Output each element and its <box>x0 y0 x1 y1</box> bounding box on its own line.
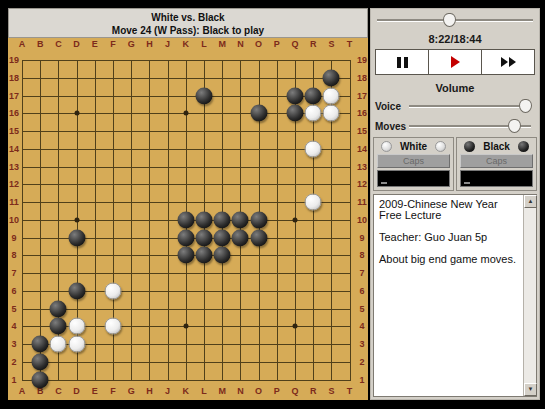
row-label-3: 3 <box>11 340 16 349</box>
col-label-N: N <box>237 387 244 396</box>
go-board[interactable]: AABBCCDDEEFFGGHHJJKKLLMMNNOOPPQQRRSSTT11… <box>8 38 368 400</box>
grid-line <box>149 60 150 381</box>
col-label-P: P <box>274 387 280 396</box>
col-label-P: P <box>274 40 280 49</box>
col-label-S: S <box>328 40 334 49</box>
row-label-18: 18 <box>357 73 367 82</box>
row-label-16: 16 <box>357 109 367 118</box>
white-caps-field <box>377 170 450 187</box>
star-point-K16 <box>183 111 188 116</box>
row-label-17: 17 <box>9 91 19 100</box>
title-bar: White vs. Black Move 24 (W Pass): Black … <box>8 8 368 38</box>
grid-line <box>131 60 132 381</box>
scroll-down-button[interactable]: ▼ <box>524 383 537 396</box>
col-label-M: M <box>218 40 226 49</box>
black-stone-C5 <box>50 300 67 317</box>
black-player-label: Black <box>483 141 510 152</box>
col-label-T: T <box>347 387 353 396</box>
black-stone-L10 <box>196 211 213 228</box>
control-panel: 8:22/18:44 Volume Voice Moves <box>370 8 540 400</box>
voice-label: Voice <box>375 101 409 112</box>
col-label-K: K <box>183 40 190 49</box>
fast-forward-button[interactable] <box>482 50 534 74</box>
white-stone-R16 <box>305 105 322 122</box>
row-label-7: 7 <box>359 269 364 278</box>
row-label-18: 18 <box>9 73 19 82</box>
black-stone-Q16 <box>287 105 304 122</box>
row-label-2: 2 <box>11 357 16 366</box>
voice-slider[interactable] <box>409 99 531 113</box>
black-stone-Q17 <box>287 87 304 104</box>
row-label-10: 10 <box>357 215 367 224</box>
row-label-5: 5 <box>359 304 364 313</box>
scroll-up-button[interactable]: ▲ <box>524 195 537 208</box>
playback-buttons <box>375 49 535 75</box>
black-stone-icon <box>518 141 529 152</box>
row-label-6: 6 <box>11 286 16 295</box>
black-stone-O10 <box>250 211 267 228</box>
grid-line <box>40 60 41 381</box>
black-caps-field <box>460 170 533 187</box>
white-stone-icon <box>381 141 392 152</box>
white-stone-F4 <box>105 318 122 335</box>
black-stone-L17 <box>196 87 213 104</box>
moves-thumb[interactable] <box>508 119 521 133</box>
moves-slider[interactable] <box>409 119 531 133</box>
col-label-A: A <box>19 387 26 396</box>
col-label-M: M <box>218 387 226 396</box>
star-point-D16 <box>74 111 79 116</box>
white-stone-S16 <box>323 105 340 122</box>
black-caps-button[interactable]: Caps <box>460 154 533 168</box>
col-label-R: R <box>310 40 317 49</box>
grid-line <box>95 60 96 381</box>
row-label-8: 8 <box>11 251 16 260</box>
row-label-1: 1 <box>359 375 364 384</box>
voice-track <box>409 105 531 108</box>
black-stone-K10 <box>177 211 194 228</box>
row-label-16: 16 <box>9 109 19 118</box>
col-label-F: F <box>110 387 116 396</box>
row-label-17: 17 <box>357 91 367 100</box>
lecture-line: 2009-Chinese New Year Free Lecture <box>379 199 520 221</box>
lecture-line: About big end game moves. <box>379 254 520 265</box>
move-status: Move 24 (W Pass): Black to play <box>9 24 367 37</box>
col-label-Q: Q <box>291 387 298 396</box>
pause-button[interactable] <box>376 50 429 74</box>
col-label-Q: Q <box>291 40 298 49</box>
grid-line <box>277 60 278 381</box>
col-label-A: A <box>19 40 26 49</box>
black-stone-B2 <box>32 353 49 370</box>
row-label-19: 19 <box>9 56 19 65</box>
row-label-8: 8 <box>359 251 364 260</box>
black-stone-O16 <box>250 105 267 122</box>
col-label-H: H <box>146 40 153 49</box>
row-label-13: 13 <box>9 162 19 171</box>
row-label-9: 9 <box>359 233 364 242</box>
col-label-O: O <box>255 387 262 396</box>
black-stone-N10 <box>232 211 249 228</box>
black-stone-O9 <box>250 229 267 246</box>
col-label-H: H <box>146 387 153 396</box>
pause-icon <box>397 57 408 68</box>
progress-slider[interactable] <box>377 13 533 27</box>
row-label-11: 11 <box>357 198 367 207</box>
black-stone-icon <box>464 141 475 152</box>
white-stone-S17 <box>323 87 340 104</box>
star-point-Q10 <box>293 217 298 222</box>
player-panels: White Caps Black Caps <box>373 137 537 191</box>
black-stone-S18 <box>323 69 340 86</box>
star-point-D10 <box>74 217 79 222</box>
row-label-12: 12 <box>9 180 19 189</box>
white-stone-D4 <box>68 318 85 335</box>
row-label-19: 19 <box>357 56 367 65</box>
col-label-R: R <box>310 387 317 396</box>
star-point-K4 <box>183 324 188 329</box>
col-label-C: C <box>55 40 62 49</box>
col-label-C: C <box>55 387 62 396</box>
row-label-2: 2 <box>359 357 364 366</box>
col-label-E: E <box>92 40 98 49</box>
white-player-panel: White Caps <box>373 137 454 191</box>
playback-time: 8:22/18:44 <box>371 33 539 45</box>
col-label-D: D <box>73 40 80 49</box>
black-stone-M10 <box>214 211 231 228</box>
white-stone-R11 <box>305 194 322 211</box>
col-label-G: G <box>128 387 135 396</box>
col-label-E: E <box>92 387 98 396</box>
white-player-header: White <box>377 139 450 154</box>
fast-forward-icon <box>501 57 516 67</box>
volume-label: Volume <box>371 82 539 94</box>
row-label-3: 3 <box>359 340 364 349</box>
white-stone-C3 <box>50 336 67 353</box>
col-label-S: S <box>328 387 334 396</box>
white-stone-icon <box>435 141 446 152</box>
col-label-L: L <box>201 40 207 49</box>
col-label-G: G <box>128 40 135 49</box>
col-label-J: J <box>165 40 170 49</box>
black-stone-B1 <box>32 371 49 388</box>
col-label-T: T <box>347 40 353 49</box>
col-label-N: N <box>237 40 244 49</box>
col-label-K: K <box>183 387 190 396</box>
black-stone-M8 <box>214 247 231 264</box>
black-player-panel: Black Caps <box>456 137 537 191</box>
white-stone-F6 <box>105 282 122 299</box>
grid-line <box>168 60 169 381</box>
row-label-4: 4 <box>359 322 364 331</box>
row-label-7: 7 <box>11 269 16 278</box>
black-stone-D6 <box>68 282 85 299</box>
row-label-14: 14 <box>357 144 367 153</box>
screen-background: White vs. Black Move 24 (W Pass): Black … <box>0 0 545 409</box>
white-caps-button[interactable]: Caps <box>377 154 450 168</box>
play-icon <box>451 56 460 68</box>
game-title: White vs. Black <box>9 11 367 24</box>
col-label-J: J <box>165 387 170 396</box>
col-label-D: D <box>73 387 80 396</box>
moves-label: Moves <box>375 121 409 132</box>
row-label-1: 1 <box>11 375 16 384</box>
col-label-L: L <box>201 387 207 396</box>
black-stone-L8 <box>196 247 213 264</box>
row-label-15: 15 <box>9 127 19 136</box>
black-stone-B3 <box>32 336 49 353</box>
grid-line <box>350 60 351 381</box>
lecture-text-area[interactable]: 2009-Chinese New Year Free Lecture Teach… <box>373 194 537 397</box>
lecture-line: Teacher: Guo Juan 5p <box>379 232 520 243</box>
play-button[interactable] <box>429 50 482 74</box>
white-stone-R14 <box>305 140 322 157</box>
progress-thumb[interactable] <box>443 13 456 27</box>
lecture-text: 2009-Chinese New Year Free Lecture Teach… <box>374 195 522 396</box>
white-stone-D3 <box>68 336 85 353</box>
grid-line <box>22 60 23 381</box>
black-stone-K9 <box>177 229 194 246</box>
col-label-O: O <box>255 40 262 49</box>
row-label-11: 11 <box>9 198 19 207</box>
voice-thumb[interactable] <box>519 99 532 113</box>
black-player-header: Black <box>460 139 533 154</box>
scrollbar[interactable]: ▲ ▼ <box>523 195 536 396</box>
row-label-12: 12 <box>357 180 367 189</box>
row-label-4: 4 <box>11 322 16 331</box>
row-label-10: 10 <box>9 215 19 224</box>
star-point-Q4 <box>293 324 298 329</box>
white-player-label: White <box>400 141 427 152</box>
row-label-13: 13 <box>357 162 367 171</box>
black-stone-M9 <box>214 229 231 246</box>
col-label-F: F <box>110 40 116 49</box>
black-stone-R17 <box>305 87 322 104</box>
black-stone-N9 <box>232 229 249 246</box>
black-stone-D9 <box>68 229 85 246</box>
black-stone-K8 <box>177 247 194 264</box>
black-stone-L9 <box>196 229 213 246</box>
row-label-9: 9 <box>11 233 16 242</box>
black-stone-C4 <box>50 318 67 335</box>
row-label-14: 14 <box>9 144 19 153</box>
col-label-B: B <box>37 40 44 49</box>
row-label-15: 15 <box>357 127 367 136</box>
row-label-5: 5 <box>11 304 16 313</box>
row-label-6: 6 <box>359 286 364 295</box>
